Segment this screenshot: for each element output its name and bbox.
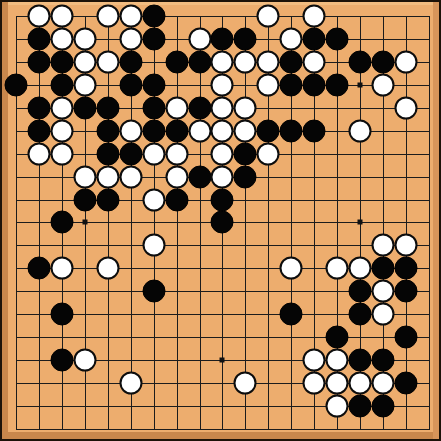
white-stone[interactable] (395, 97, 418, 120)
grid-line-vertical (406, 16, 407, 430)
black-stone[interactable] (257, 120, 280, 143)
white-stone[interactable] (349, 257, 372, 280)
grid-line-vertical (108, 16, 109, 430)
black-stone[interactable] (303, 74, 326, 97)
white-stone[interactable] (257, 5, 280, 28)
black-stone[interactable] (303, 28, 326, 51)
white-stone[interactable] (372, 234, 395, 257)
grid-line-vertical (39, 16, 40, 430)
white-stone[interactable] (257, 143, 280, 166)
black-stone[interactable] (189, 97, 212, 120)
black-stone[interactable] (280, 51, 303, 74)
white-stone[interactable] (74, 74, 97, 97)
white-stone[interactable] (303, 51, 326, 74)
black-stone[interactable] (74, 97, 97, 120)
white-stone[interactable] (74, 349, 97, 372)
white-stone[interactable] (349, 372, 372, 395)
white-stone[interactable] (234, 120, 257, 143)
white-stone[interactable] (211, 74, 234, 97)
white-stone[interactable] (234, 372, 257, 395)
black-stone[interactable] (189, 51, 212, 74)
white-stone[interactable] (74, 28, 97, 51)
black-stone[interactable] (51, 74, 74, 97)
white-stone[interactable] (303, 372, 326, 395)
black-stone[interactable] (97, 120, 120, 143)
white-stone[interactable] (51, 5, 74, 28)
grid-line-vertical (245, 16, 246, 430)
white-stone[interactable] (143, 143, 166, 166)
black-stone[interactable] (372, 257, 395, 280)
black-stone[interactable] (234, 166, 257, 189)
white-stone[interactable] (234, 51, 257, 74)
black-stone[interactable] (28, 28, 51, 51)
white-stone[interactable] (166, 166, 189, 189)
star-point (220, 358, 225, 363)
white-stone[interactable] (120, 120, 143, 143)
white-stone[interactable] (372, 74, 395, 97)
black-stone[interactable] (51, 51, 74, 74)
black-stone[interactable] (372, 349, 395, 372)
white-stone[interactable] (257, 74, 280, 97)
white-stone[interactable] (28, 143, 51, 166)
star-point (358, 83, 363, 88)
white-stone[interactable] (326, 372, 349, 395)
black-stone[interactable] (211, 211, 234, 234)
white-stone[interactable] (372, 303, 395, 326)
black-stone[interactable] (97, 97, 120, 120)
black-stone[interactable] (280, 120, 303, 143)
star-point (83, 220, 88, 225)
white-stone[interactable] (211, 51, 234, 74)
white-stone[interactable] (372, 280, 395, 303)
white-stone[interactable] (166, 143, 189, 166)
black-stone[interactable] (120, 74, 143, 97)
grid-line-vertical (200, 16, 201, 430)
black-stone[interactable] (51, 349, 74, 372)
star-point (358, 220, 363, 225)
black-stone[interactable] (234, 143, 257, 166)
white-stone[interactable] (395, 234, 418, 257)
black-stone[interactable] (372, 395, 395, 418)
white-stone[interactable] (280, 257, 303, 280)
grid-line-horizontal (16, 16, 430, 17)
grid-line-horizontal (16, 245, 430, 246)
white-stone[interactable] (211, 97, 234, 120)
white-stone[interactable] (280, 28, 303, 51)
black-stone[interactable] (28, 97, 51, 120)
white-stone[interactable] (211, 143, 234, 166)
white-stone[interactable] (97, 166, 120, 189)
white-stone[interactable] (120, 166, 143, 189)
white-stone[interactable] (234, 97, 257, 120)
black-stone[interactable] (349, 51, 372, 74)
white-stone[interactable] (372, 372, 395, 395)
white-stone[interactable] (74, 166, 97, 189)
black-stone[interactable] (395, 257, 418, 280)
black-stone[interactable] (211, 28, 234, 51)
white-stone[interactable] (120, 372, 143, 395)
black-stone[interactable] (74, 189, 97, 212)
grid-line-horizontal (16, 429, 430, 430)
black-stone[interactable] (51, 211, 74, 234)
grid-line-vertical (177, 16, 178, 430)
black-stone[interactable] (349, 280, 372, 303)
black-stone[interactable] (349, 303, 372, 326)
black-stone[interactable] (143, 74, 166, 97)
black-stone[interactable] (143, 280, 166, 303)
black-stone[interactable] (326, 28, 349, 51)
white-stone[interactable] (51, 28, 74, 51)
white-stone[interactable] (120, 28, 143, 51)
white-stone[interactable] (326, 395, 349, 418)
white-stone[interactable] (97, 257, 120, 280)
white-stone[interactable] (51, 143, 74, 166)
black-stone[interactable] (97, 189, 120, 212)
black-stone[interactable] (166, 189, 189, 212)
black-stone[interactable] (120, 143, 143, 166)
white-stone[interactable] (28, 5, 51, 28)
white-stone[interactable] (51, 97, 74, 120)
black-stone[interactable] (303, 120, 326, 143)
black-stone[interactable] (51, 303, 74, 326)
white-stone[interactable] (211, 120, 234, 143)
grid-line-horizontal (16, 337, 430, 338)
white-stone[interactable] (143, 189, 166, 212)
white-stone[interactable] (326, 349, 349, 372)
white-stone[interactable] (166, 97, 189, 120)
black-stone[interactable] (280, 74, 303, 97)
white-stone[interactable] (326, 257, 349, 280)
white-stone[interactable] (143, 234, 166, 257)
black-stone[interactable] (395, 372, 418, 395)
black-stone[interactable] (211, 189, 234, 212)
white-stone[interactable] (97, 5, 120, 28)
black-stone[interactable] (143, 97, 166, 120)
white-stone[interactable] (189, 120, 212, 143)
white-stone[interactable] (303, 5, 326, 28)
black-stone[interactable] (395, 326, 418, 349)
black-stone[interactable] (234, 28, 257, 51)
black-stone[interactable] (372, 51, 395, 74)
black-stone[interactable] (5, 74, 28, 97)
white-stone[interactable] (395, 51, 418, 74)
grid-line-vertical (429, 16, 430, 430)
black-stone[interactable] (189, 166, 212, 189)
white-stone[interactable] (51, 257, 74, 280)
white-stone[interactable] (211, 166, 234, 189)
black-stone[interactable] (166, 51, 189, 74)
black-stone[interactable] (143, 28, 166, 51)
black-stone[interactable] (395, 280, 418, 303)
white-stone[interactable] (120, 5, 143, 28)
black-stone[interactable] (28, 51, 51, 74)
black-stone[interactable] (28, 120, 51, 143)
black-stone[interactable] (97, 143, 120, 166)
go-board[interactable] (0, 0, 441, 441)
white-stone[interactable] (349, 120, 372, 143)
white-stone[interactable] (74, 51, 97, 74)
black-stone[interactable] (349, 395, 372, 418)
black-stone[interactable] (143, 120, 166, 143)
black-stone[interactable] (280, 303, 303, 326)
white-stone[interactable] (303, 349, 326, 372)
white-stone[interactable] (189, 28, 212, 51)
black-stone[interactable] (166, 120, 189, 143)
white-stone[interactable] (51, 120, 74, 143)
black-stone[interactable] (28, 257, 51, 280)
white-stone[interactable] (257, 51, 280, 74)
black-stone[interactable] (326, 74, 349, 97)
black-stone[interactable] (326, 326, 349, 349)
white-stone[interactable] (97, 51, 120, 74)
black-stone[interactable] (143, 5, 166, 28)
black-stone[interactable] (349, 349, 372, 372)
black-stone[interactable] (120, 51, 143, 74)
